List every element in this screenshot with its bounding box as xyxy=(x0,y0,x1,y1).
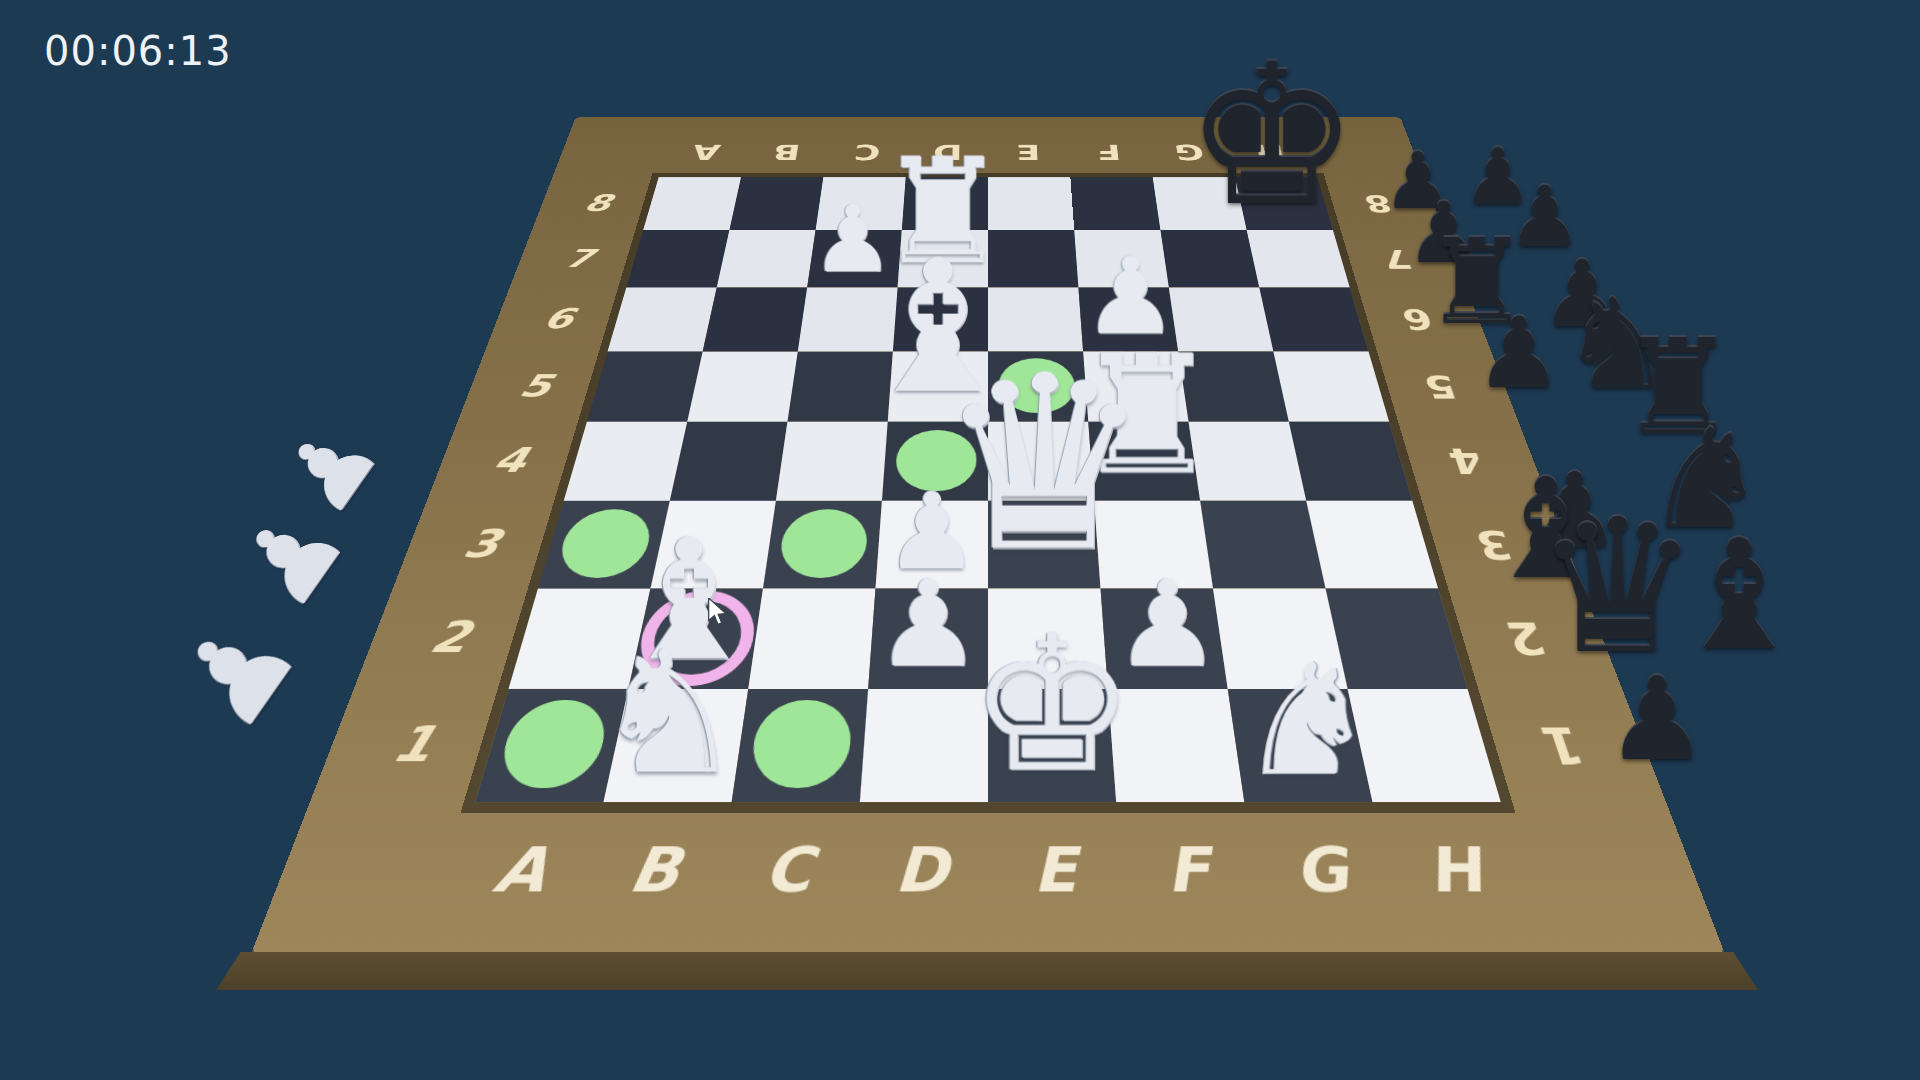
board-front-edge xyxy=(216,952,1758,990)
white-knight-b1[interactable]: ♞ xyxy=(593,629,744,798)
file-label-c: C xyxy=(824,131,909,174)
black-king-frame-corner: ♚ xyxy=(1185,38,1360,233)
file-label-c: C xyxy=(712,807,859,936)
square-b5[interactable] xyxy=(687,351,798,422)
square-b4[interactable] xyxy=(670,422,788,501)
square-h3[interactable] xyxy=(1306,500,1438,588)
white-pawn-d2[interactable]: ♟ xyxy=(875,565,982,685)
square-a6[interactable] xyxy=(608,287,717,351)
square-f8[interactable] xyxy=(1070,177,1160,230)
square-a5[interactable] xyxy=(587,351,703,422)
square-c1[interactable] xyxy=(732,688,869,802)
file-label-h: H xyxy=(1374,807,1540,936)
rank-label-6: 6 xyxy=(498,287,616,351)
rank-label-5: 5 xyxy=(472,351,598,422)
square-g1[interactable]: ♞ xyxy=(1228,688,1373,802)
file-label-e: E xyxy=(988,807,1126,936)
legal-move-marker-c3[interactable] xyxy=(777,510,870,579)
square-a8[interactable] xyxy=(643,177,741,230)
legal-move-marker-c1[interactable] xyxy=(748,700,854,789)
rank-label-1: 1 xyxy=(328,688,496,802)
black-pawn-offboard-15: ♟ xyxy=(1606,662,1709,777)
white-knight-g1[interactable]: ♞ xyxy=(1239,644,1377,797)
rank-label-2: 2 xyxy=(371,589,526,689)
file-label-b: B xyxy=(574,807,731,936)
square-h5[interactable] xyxy=(1273,351,1389,422)
rank-label-3: 3 xyxy=(409,500,553,588)
square-e3[interactable]: ♛ xyxy=(988,500,1101,588)
file-label-b: B xyxy=(742,131,831,174)
mouse-cursor xyxy=(708,598,728,626)
black-pawn-offboard-7: ♟ xyxy=(1475,304,1563,402)
file-label-f: F xyxy=(1117,807,1264,936)
file-label-d: D xyxy=(850,807,988,936)
white-pawn-captured-3: ♟ xyxy=(158,595,315,749)
file-labels-bottom: ABCDEFGH xyxy=(436,807,1540,936)
square-c3[interactable] xyxy=(763,500,882,588)
white-queen-e3[interactable]: ♛ xyxy=(936,344,1152,585)
black-bishop-offboard-14: ♝ xyxy=(1671,520,1807,672)
square-a7[interactable] xyxy=(626,230,729,288)
file-label-a: A xyxy=(660,131,752,174)
square-e1[interactable]: ♚ xyxy=(988,688,1116,802)
file-label-e: E xyxy=(988,131,1070,174)
square-c4[interactable] xyxy=(776,422,888,501)
square-h6[interactable] xyxy=(1259,287,1368,351)
rank-label-4: 4 xyxy=(442,422,576,501)
rank-label-7: 7 xyxy=(522,230,633,288)
rank-label-8: 8 xyxy=(544,177,649,230)
file-label-f: F xyxy=(1067,131,1152,174)
square-h4[interactable] xyxy=(1289,422,1412,501)
board-grid: ♟♜♟♝♜♟♛♝♟♟♞♚♞ xyxy=(475,177,1500,802)
square-b7[interactable] xyxy=(717,230,816,288)
square-b6[interactable] xyxy=(703,287,807,351)
square-c2[interactable] xyxy=(748,589,875,689)
white-king-e1[interactable]: ♚ xyxy=(968,611,1135,798)
square-b8[interactable] xyxy=(729,177,823,230)
square-b1[interactable]: ♞ xyxy=(603,688,748,802)
game-timer: 00:06:13 xyxy=(44,28,232,74)
file-label-d: D xyxy=(906,131,988,174)
square-a4[interactable] xyxy=(564,422,687,501)
